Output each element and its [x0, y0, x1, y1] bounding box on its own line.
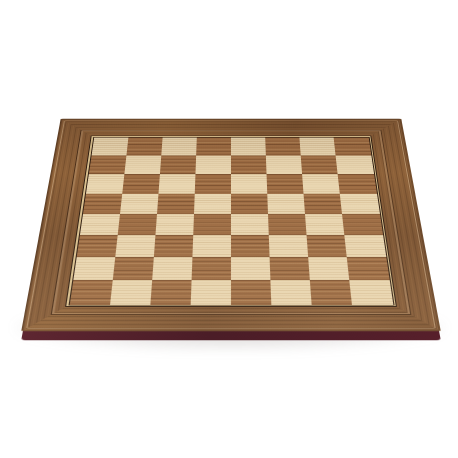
square-d7	[195, 155, 231, 174]
square-g1	[310, 280, 352, 304]
square-b4	[117, 214, 156, 235]
square-b1	[110, 280, 152, 304]
square-h1	[350, 280, 393, 304]
square-g6	[302, 174, 340, 194]
square-d8	[196, 137, 231, 155]
square-a4	[79, 214, 119, 235]
square-a7	[88, 155, 126, 174]
square-f5	[267, 194, 305, 214]
square-b7	[124, 155, 161, 174]
square-c8	[161, 137, 197, 155]
square-g3	[307, 235, 347, 257]
square-e4	[231, 214, 269, 235]
square-a2	[73, 257, 115, 280]
square-g7	[301, 155, 338, 174]
square-f6	[267, 174, 304, 194]
chessboard	[21, 119, 441, 332]
square-b6	[122, 174, 160, 194]
square-a8	[91, 137, 128, 155]
square-d6	[195, 174, 231, 194]
square-c6	[158, 174, 195, 194]
square-c3	[154, 235, 194, 257]
product-photo	[0, 0, 458, 458]
square-b3	[115, 235, 155, 257]
square-h3	[345, 235, 386, 257]
playing-field	[68, 137, 394, 305]
square-d3	[192, 235, 231, 257]
square-h7	[336, 155, 374, 174]
square-g8	[300, 137, 336, 155]
square-d1	[191, 280, 231, 304]
square-h6	[338, 174, 377, 194]
square-e7	[231, 155, 267, 174]
square-f3	[269, 235, 309, 257]
frame-inlay-border	[65, 136, 397, 307]
square-f7	[266, 155, 302, 174]
square-h2	[347, 257, 389, 280]
square-c5	[157, 194, 195, 214]
square-e5	[231, 194, 268, 214]
square-e8	[231, 137, 266, 155]
square-h8	[334, 137, 371, 155]
square-h4	[342, 214, 382, 235]
square-e1	[231, 280, 271, 304]
square-a1	[69, 280, 112, 304]
square-c1	[150, 280, 191, 304]
square-a5	[83, 194, 122, 214]
square-c4	[155, 214, 194, 235]
square-d2	[191, 257, 231, 280]
square-e6	[231, 174, 267, 194]
square-g5	[304, 194, 343, 214]
square-e2	[231, 257, 271, 280]
square-c2	[152, 257, 192, 280]
square-b2	[112, 257, 153, 280]
square-f8	[265, 137, 301, 155]
square-f1	[271, 280, 312, 304]
square-h5	[340, 194, 379, 214]
square-g2	[308, 257, 349, 280]
square-e3	[231, 235, 270, 257]
square-b5	[120, 194, 159, 214]
square-d5	[194, 194, 231, 214]
square-c7	[160, 155, 196, 174]
square-b8	[126, 137, 162, 155]
square-f4	[268, 214, 307, 235]
square-d4	[193, 214, 231, 235]
square-a6	[85, 174, 124, 194]
square-g4	[305, 214, 344, 235]
square-f2	[270, 257, 310, 280]
square-a3	[76, 235, 117, 257]
